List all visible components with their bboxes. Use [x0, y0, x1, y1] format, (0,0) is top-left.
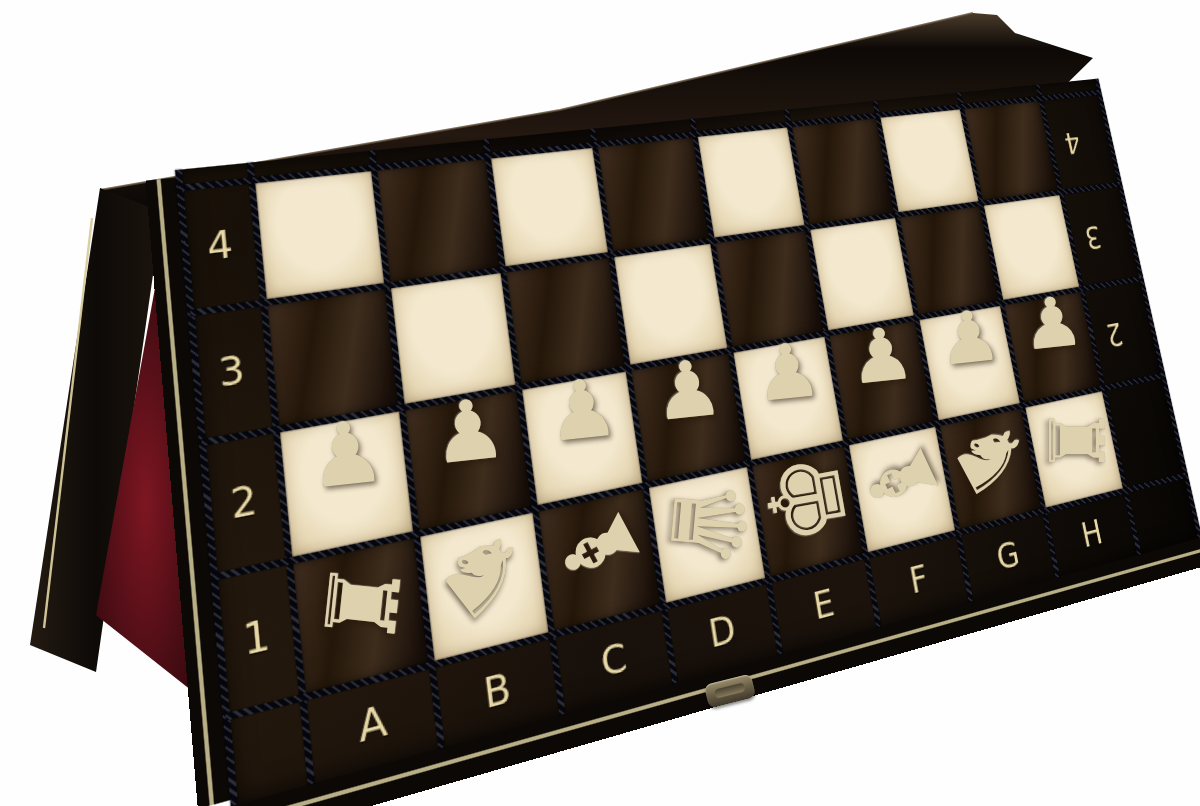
rank-label-left-4: 4: [188, 216, 252, 274]
rank-label-left-3: 3: [199, 340, 264, 402]
chess-set-photo: 4321432ABCDEFGH ♟♟♟♟♟♟♟♟♜♞♝♛♚♝♞♜: [0, 0, 1200, 806]
square-c4: [487, 144, 610, 269]
board-half-front: 4321432ABCDEFGH: [251, 98, 1125, 697]
square-a4: [251, 167, 387, 302]
square-b4: [373, 155, 502, 285]
